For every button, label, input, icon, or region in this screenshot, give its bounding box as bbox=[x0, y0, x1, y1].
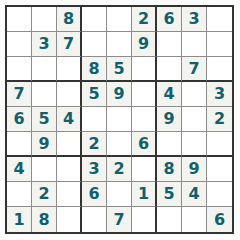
cell-r9c3[interactable] bbox=[57, 207, 82, 232]
cell-r4c7[interactable]: 4 bbox=[157, 82, 182, 107]
cell-r1c8[interactable]: 3 bbox=[182, 7, 207, 32]
cell-r5c9[interactable]: 2 bbox=[207, 107, 232, 132]
cell-r8c4[interactable]: 6 bbox=[82, 182, 107, 207]
cell-r2c6[interactable]: 9 bbox=[132, 32, 157, 57]
cell-r2c5[interactable] bbox=[107, 32, 132, 57]
cell-r4c5[interactable]: 9 bbox=[107, 82, 132, 107]
cell-r6c5[interactable] bbox=[107, 132, 132, 157]
cell-r5c4[interactable] bbox=[82, 107, 107, 132]
cell-r8c6[interactable]: 1 bbox=[132, 182, 157, 207]
cell-r7c1[interactable]: 4 bbox=[7, 157, 32, 182]
cell-r6c3[interactable] bbox=[57, 132, 82, 157]
cell-r6c9[interactable] bbox=[207, 132, 232, 157]
sudoku-page: { "game": "sudoku", "position": "..8..26… bbox=[0, 0, 240, 240]
cell-r3c8[interactable]: 7 bbox=[182, 57, 207, 82]
cell-r9c9[interactable]: 6 bbox=[207, 207, 232, 232]
cell-r7c7[interactable]: 8 bbox=[157, 157, 182, 182]
cell-r9c8[interactable] bbox=[182, 207, 207, 232]
cell-r2c4[interactable] bbox=[82, 32, 107, 57]
cell-r9c1[interactable]: 1 bbox=[7, 207, 32, 232]
cell-r2c2[interactable]: 3 bbox=[32, 32, 57, 57]
cell-r5c1[interactable]: 6 bbox=[7, 107, 32, 132]
cell-r5c5[interactable] bbox=[107, 107, 132, 132]
cell-r7c8[interactable]: 9 bbox=[182, 157, 207, 182]
cell-r9c2[interactable]: 8 bbox=[32, 207, 57, 232]
cell-r1c2[interactable] bbox=[32, 7, 57, 32]
cell-r5c6[interactable] bbox=[132, 107, 157, 132]
cell-r8c5[interactable] bbox=[107, 182, 132, 207]
sudoku-board: 8263379857759436549292643289261541876 bbox=[5, 5, 234, 234]
cell-r7c5[interactable]: 2 bbox=[107, 157, 132, 182]
cell-r4c6[interactable] bbox=[132, 82, 157, 107]
cell-r7c4[interactable]: 3 bbox=[82, 157, 107, 182]
cell-r2c1[interactable] bbox=[7, 32, 32, 57]
cell-r3c6[interactable] bbox=[132, 57, 157, 82]
cell-r9c6[interactable] bbox=[132, 207, 157, 232]
cell-r5c2[interactable]: 5 bbox=[32, 107, 57, 132]
cell-r6c8[interactable] bbox=[182, 132, 207, 157]
cell-r3c9[interactable] bbox=[207, 57, 232, 82]
cell-r3c1[interactable] bbox=[7, 57, 32, 82]
cell-r5c8[interactable] bbox=[182, 107, 207, 132]
cell-r4c2[interactable] bbox=[32, 82, 57, 107]
cell-r6c7[interactable] bbox=[157, 132, 182, 157]
cell-r6c6[interactable]: 6 bbox=[132, 132, 157, 157]
cell-r1c1[interactable] bbox=[7, 7, 32, 32]
cell-r3c2[interactable] bbox=[32, 57, 57, 82]
cell-r4c4[interactable]: 5 bbox=[82, 82, 107, 107]
cell-r3c3[interactable] bbox=[57, 57, 82, 82]
cell-r5c3[interactable]: 4 bbox=[57, 107, 82, 132]
cell-r1c5[interactable] bbox=[107, 7, 132, 32]
cell-r6c4[interactable]: 2 bbox=[82, 132, 107, 157]
cell-r9c7[interactable] bbox=[157, 207, 182, 232]
cell-r1c7[interactable]: 6 bbox=[157, 7, 182, 32]
cell-r1c4[interactable] bbox=[82, 7, 107, 32]
cell-r7c3[interactable] bbox=[57, 157, 82, 182]
cell-r3c4[interactable]: 8 bbox=[82, 57, 107, 82]
cell-r5c7[interactable]: 9 bbox=[157, 107, 182, 132]
cell-r6c1[interactable] bbox=[7, 132, 32, 157]
cell-r4c9[interactable]: 3 bbox=[207, 82, 232, 107]
cell-r1c6[interactable]: 2 bbox=[132, 7, 157, 32]
cell-r4c3[interactable] bbox=[57, 82, 82, 107]
cell-r2c8[interactable] bbox=[182, 32, 207, 57]
cell-r2c7[interactable] bbox=[157, 32, 182, 57]
cell-r4c1[interactable]: 7 bbox=[7, 82, 32, 107]
cell-r7c9[interactable] bbox=[207, 157, 232, 182]
cell-r6c2[interactable]: 9 bbox=[32, 132, 57, 157]
cell-r8c3[interactable] bbox=[57, 182, 82, 207]
cell-r8c7[interactable]: 5 bbox=[157, 182, 182, 207]
cell-r4c8[interactable] bbox=[182, 82, 207, 107]
cell-r8c2[interactable]: 2 bbox=[32, 182, 57, 207]
cell-r1c3[interactable]: 8 bbox=[57, 7, 82, 32]
cell-r7c2[interactable] bbox=[32, 157, 57, 182]
cell-r2c9[interactable] bbox=[207, 32, 232, 57]
cell-r3c5[interactable]: 5 bbox=[107, 57, 132, 82]
cell-r9c4[interactable] bbox=[82, 207, 107, 232]
cell-r7c6[interactable] bbox=[132, 157, 157, 182]
cell-r2c3[interactable]: 7 bbox=[57, 32, 82, 57]
cell-r8c1[interactable] bbox=[7, 182, 32, 207]
cell-r1c9[interactable] bbox=[207, 7, 232, 32]
cell-r9c5[interactable]: 7 bbox=[107, 207, 132, 232]
cell-r8c9[interactable] bbox=[207, 182, 232, 207]
cell-r3c7[interactable] bbox=[157, 57, 182, 82]
cell-r8c8[interactable]: 4 bbox=[182, 182, 207, 207]
